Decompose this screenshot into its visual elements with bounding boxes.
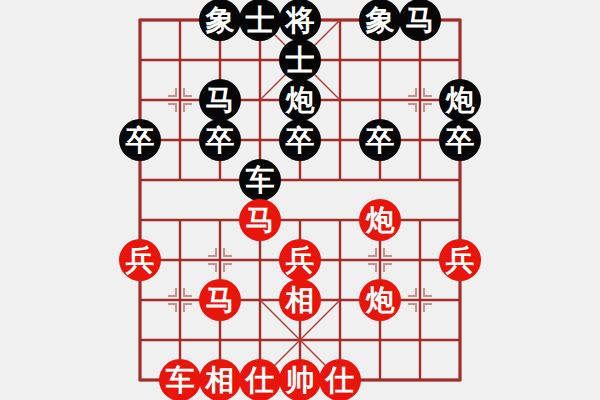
piece-glyph: 卒 (366, 126, 395, 155)
piece-black-advisor[interactable]: 士 (279, 39, 321, 81)
piece-glyph: 象 (206, 6, 235, 35)
piece-red-advisor[interactable]: 仕 (319, 359, 361, 400)
piece-black-chariot[interactable]: 车 (239, 159, 281, 201)
piece-glyph: 车 (166, 366, 195, 395)
piece-glyph: 仕 (246, 366, 275, 395)
piece-glyph: 卒 (446, 126, 475, 155)
piece-glyph: 卒 (126, 126, 155, 155)
piece-black-cannon[interactable]: 炮 (279, 79, 321, 121)
piece-glyph: 士 (246, 6, 275, 35)
piece-black-general[interactable]: 将 (279, 0, 321, 41)
piece-glyph: 兵 (446, 246, 475, 275)
piece-red-elephant[interactable]: 相 (199, 359, 241, 400)
piece-red-cannon[interactable]: 炮 (359, 279, 401, 321)
piece-black-cannon[interactable]: 炮 (439, 79, 481, 121)
piece-glyph: 炮 (366, 286, 395, 315)
piece-red-advisor[interactable]: 仕 (239, 359, 281, 400)
piece-black-horse[interactable]: 马 (199, 79, 241, 121)
piece-red-soldier[interactable]: 兵 (119, 239, 161, 281)
piece-black-advisor[interactable]: 士 (239, 0, 281, 41)
piece-glyph: 卒 (206, 126, 235, 155)
piece-glyph: 将 (286, 6, 315, 35)
piece-glyph: 马 (406, 6, 435, 35)
piece-glyph: 炮 (366, 206, 395, 235)
piece-red-general[interactable]: 帅 (279, 359, 321, 400)
piece-black-horse[interactable]: 马 (399, 0, 441, 41)
piece-glyph: 炮 (286, 86, 315, 115)
piece-black-soldier[interactable]: 卒 (439, 119, 481, 161)
piece-glyph: 卒 (286, 126, 315, 155)
piece-glyph: 相 (206, 366, 235, 395)
piece-red-cannon[interactable]: 炮 (359, 199, 401, 241)
piece-glyph: 车 (246, 166, 275, 195)
piece-glyph: 士 (286, 46, 315, 75)
piece-glyph: 帅 (286, 366, 315, 395)
xiangqi-board: 象士将象马士马炮炮卒卒卒卒卒车马炮兵兵兵马相炮车相仕帅仕 (0, 0, 600, 400)
piece-glyph: 象 (366, 6, 395, 35)
piece-glyph: 炮 (446, 86, 475, 115)
piece-glyph: 兵 (286, 246, 315, 275)
piece-black-soldier[interactable]: 卒 (199, 119, 241, 161)
piece-black-elephant[interactable]: 象 (199, 0, 241, 41)
piece-red-soldier[interactable]: 兵 (439, 239, 481, 281)
piece-black-soldier[interactable]: 卒 (119, 119, 161, 161)
piece-red-horse[interactable]: 马 (239, 199, 281, 241)
piece-glyph: 相 (286, 286, 315, 315)
piece-glyph: 仕 (326, 366, 355, 395)
piece-black-elephant[interactable]: 象 (359, 0, 401, 41)
piece-glyph: 马 (246, 206, 275, 235)
piece-red-soldier[interactable]: 兵 (279, 239, 321, 281)
pieces-layer: 象士将象马士马炮炮卒卒卒卒卒车马炮兵兵兵马相炮车相仕帅仕 (120, 0, 480, 400)
piece-red-chariot[interactable]: 车 (159, 359, 201, 400)
piece-red-horse[interactable]: 马 (199, 279, 241, 321)
piece-glyph: 马 (206, 286, 235, 315)
piece-red-elephant[interactable]: 相 (279, 279, 321, 321)
piece-glyph: 马 (206, 86, 235, 115)
piece-black-soldier[interactable]: 卒 (359, 119, 401, 161)
piece-black-soldier[interactable]: 卒 (279, 119, 321, 161)
piece-glyph: 兵 (126, 246, 155, 275)
